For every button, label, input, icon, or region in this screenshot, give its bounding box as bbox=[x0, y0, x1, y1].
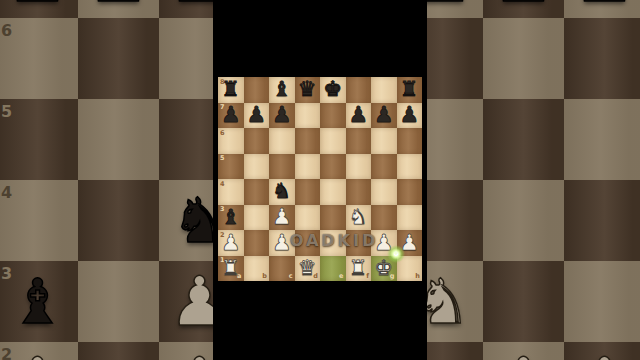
square-c5[interactable] bbox=[269, 154, 295, 180]
bg-square-a7: ♟ bbox=[0, 0, 78, 18]
bg-square-h5 bbox=[564, 99, 640, 180]
square-d6[interactable] bbox=[295, 128, 321, 154]
bg-square-b5 bbox=[78, 99, 159, 180]
square-e4[interactable] bbox=[320, 179, 346, 205]
square-h6[interactable] bbox=[397, 128, 423, 154]
square-c4[interactable]: ♞ bbox=[269, 179, 295, 205]
file-label-e: e bbox=[339, 273, 343, 280]
bg-square-g6 bbox=[483, 18, 564, 99]
square-f3[interactable]: ♞ bbox=[346, 205, 372, 231]
square-b1[interactable]: b bbox=[244, 256, 270, 282]
square-a3[interactable]: 3♝ bbox=[218, 205, 244, 231]
square-a4[interactable]: 4 bbox=[218, 179, 244, 205]
square-d2[interactable] bbox=[295, 230, 321, 256]
square-g6[interactable] bbox=[371, 128, 397, 154]
square-b4[interactable] bbox=[244, 179, 270, 205]
piece-white-pawn-a2[interactable]: ♟ bbox=[218, 230, 244, 256]
bg-square-g4 bbox=[483, 180, 564, 261]
bg-piece-white-pawn-h2: ♟ bbox=[564, 342, 640, 360]
bg-square-a2: 2♟ bbox=[0, 342, 78, 360]
bg-square-h3 bbox=[564, 261, 640, 342]
bg-square-a4: 4 bbox=[0, 180, 78, 261]
bg-piece-white-pawn-a2: ♟ bbox=[0, 342, 78, 360]
square-d4[interactable] bbox=[295, 179, 321, 205]
square-c1[interactable]: c bbox=[269, 256, 295, 282]
bg-square-a5: 5 bbox=[0, 99, 78, 180]
bg-square-b4 bbox=[78, 180, 159, 261]
piece-black-pawn-b7[interactable]: ♟ bbox=[244, 103, 270, 129]
square-b2[interactable] bbox=[244, 230, 270, 256]
rank-label-4: 4 bbox=[220, 181, 225, 188]
square-a7[interactable]: 7♟ bbox=[218, 103, 244, 129]
piece-black-pawn-g7[interactable]: ♟ bbox=[371, 103, 397, 129]
bg-piece-white-pawn-g2: ♟ bbox=[483, 342, 564, 360]
bg-square-h4 bbox=[564, 180, 640, 261]
bg-square-b6 bbox=[78, 18, 159, 99]
bg-square-g7: ♟ bbox=[483, 0, 564, 18]
piece-black-pawn-c7[interactable]: ♟ bbox=[269, 103, 295, 129]
piece-black-queen-d8[interactable]: ♛ bbox=[295, 77, 321, 103]
square-d1[interactable]: d♛ bbox=[295, 256, 321, 282]
square-g4[interactable] bbox=[371, 179, 397, 205]
bg-rank-label-6: 6 bbox=[1, 21, 12, 40]
square-e5[interactable] bbox=[320, 154, 346, 180]
square-c6[interactable] bbox=[269, 128, 295, 154]
square-g8[interactable] bbox=[371, 77, 397, 103]
center-letterbox: OADKID ✦ 8♜♝♛♚♜7♟♟♟♟♟♟654♞3♝♟♞2♟♟♟♟1a♜bc… bbox=[213, 0, 427, 360]
piece-white-queen-d1[interactable]: ♛ bbox=[295, 256, 321, 282]
piece-black-pawn-a7[interactable]: ♟ bbox=[218, 103, 244, 129]
bg-square-g5 bbox=[483, 99, 564, 180]
square-a2[interactable]: 2♟ bbox=[218, 230, 244, 256]
piece-white-rook-a1[interactable]: ♜ bbox=[218, 256, 244, 282]
bg-square-b3 bbox=[78, 261, 159, 342]
square-g7[interactable]: ♟ bbox=[371, 103, 397, 129]
square-b7[interactable]: ♟ bbox=[244, 103, 270, 129]
square-c3[interactable]: ♟ bbox=[269, 205, 295, 231]
piece-black-bishop-a3[interactable]: ♝ bbox=[218, 205, 244, 231]
piece-black-king-e8[interactable]: ♚ bbox=[320, 77, 346, 103]
bg-piece-black-pawn-h7: ♟ bbox=[564, 0, 640, 18]
piece-white-knight-f3[interactable]: ♞ bbox=[346, 205, 372, 231]
square-f8[interactable] bbox=[346, 77, 372, 103]
square-a6[interactable]: 6 bbox=[218, 128, 244, 154]
bg-square-a3: 3♝ bbox=[0, 261, 78, 342]
square-e1[interactable]: e bbox=[320, 256, 346, 282]
sparkle-star-icon: ✦ bbox=[393, 250, 400, 258]
square-a1[interactable]: 1a♜ bbox=[218, 256, 244, 282]
bg-square-h7: ♟ bbox=[564, 0, 640, 18]
square-f7[interactable]: ♟ bbox=[346, 103, 372, 129]
square-e7[interactable] bbox=[320, 103, 346, 129]
square-b8[interactable] bbox=[244, 77, 270, 103]
square-h4[interactable] bbox=[397, 179, 423, 205]
chess-board[interactable]: OADKID ✦ 8♜♝♛♚♜7♟♟♟♟♟♟654♞3♝♟♞2♟♟♟♟1a♜bc… bbox=[218, 77, 422, 281]
square-e6[interactable] bbox=[320, 128, 346, 154]
square-f6[interactable] bbox=[346, 128, 372, 154]
rank-label-5: 5 bbox=[220, 155, 225, 162]
bg-square-b2 bbox=[78, 342, 159, 360]
bg-piece-black-pawn-b7: ♟ bbox=[78, 0, 159, 18]
piece-black-bishop-c8[interactable]: ♝ bbox=[269, 77, 295, 103]
square-g5[interactable] bbox=[371, 154, 397, 180]
file-label-c: c bbox=[289, 273, 293, 280]
square-h7[interactable]: ♟ bbox=[397, 103, 423, 129]
bg-square-b7: ♟ bbox=[78, 0, 159, 18]
square-h8[interactable]: ♜ bbox=[397, 77, 423, 103]
square-b5[interactable] bbox=[244, 154, 270, 180]
square-c8[interactable]: ♝ bbox=[269, 77, 295, 103]
square-d8[interactable]: ♛ bbox=[295, 77, 321, 103]
square-a5[interactable]: 5 bbox=[218, 154, 244, 180]
bg-square-g3 bbox=[483, 261, 564, 342]
square-e2[interactable] bbox=[320, 230, 346, 256]
bg-square-g2: ♟ bbox=[483, 342, 564, 360]
file-label-b: b bbox=[262, 273, 267, 280]
square-d5[interactable] bbox=[295, 154, 321, 180]
bg-piece-black-pawn-a7: ♟ bbox=[0, 0, 78, 18]
square-f2[interactable] bbox=[346, 230, 372, 256]
bg-rank-label-4: 4 bbox=[1, 183, 12, 202]
square-f1[interactable]: f♜ bbox=[346, 256, 372, 282]
file-label-h: h bbox=[415, 273, 420, 280]
video-frame: ♜♝♛♚♜♟♟♟♟♟♟654♞3♝♟♞2♟♟♟♟♜♛♜♚ OADKID ✦ 8♜… bbox=[0, 0, 640, 360]
piece-white-pawn-c3[interactable]: ♟ bbox=[269, 205, 295, 231]
rank-label-6: 6 bbox=[220, 130, 225, 137]
square-c2[interactable]: ♟ bbox=[269, 230, 295, 256]
square-e3[interactable] bbox=[320, 205, 346, 231]
square-b3[interactable] bbox=[244, 205, 270, 231]
piece-white-pawn-c2[interactable]: ♟ bbox=[269, 230, 295, 256]
bg-piece-black-bishop-a3: ♝ bbox=[0, 261, 78, 342]
bg-square-h2: ♟ bbox=[564, 342, 640, 360]
square-h3[interactable] bbox=[397, 205, 423, 231]
piece-black-rook-a8[interactable]: ♜ bbox=[218, 77, 244, 103]
square-c7[interactable]: ♟ bbox=[269, 103, 295, 129]
piece-black-rook-h8[interactable]: ♜ bbox=[397, 77, 423, 103]
square-f4[interactable] bbox=[346, 179, 372, 205]
square-f5[interactable] bbox=[346, 154, 372, 180]
square-b6[interactable] bbox=[244, 128, 270, 154]
piece-black-pawn-h7[interactable]: ♟ bbox=[397, 103, 423, 129]
square-h5[interactable] bbox=[397, 154, 423, 180]
bg-square-h6 bbox=[564, 18, 640, 99]
square-e8[interactable]: ♚ bbox=[320, 77, 346, 103]
bg-rank-label-5: 5 bbox=[1, 102, 12, 121]
sparkle-icon: ✦ bbox=[387, 245, 405, 263]
piece-black-knight-c4[interactable]: ♞ bbox=[269, 179, 295, 205]
bg-square-a6: 6 bbox=[0, 18, 78, 99]
square-a8[interactable]: 8♜ bbox=[218, 77, 244, 103]
square-g3[interactable] bbox=[371, 205, 397, 231]
square-d7[interactable] bbox=[295, 103, 321, 129]
piece-white-rook-f1[interactable]: ♜ bbox=[346, 256, 372, 282]
piece-black-pawn-f7[interactable]: ♟ bbox=[346, 103, 372, 129]
bg-piece-black-pawn-g7: ♟ bbox=[483, 0, 564, 18]
square-d3[interactable] bbox=[295, 205, 321, 231]
